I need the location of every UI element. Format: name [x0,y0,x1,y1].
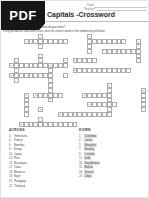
cell-number: 9 [74,59,75,61]
pdf-badge: PDF [1,1,45,30]
clue-text: Kenya [14,147,22,151]
cell-number: 1 [40,35,41,37]
clue-text: Namibia [14,143,24,147]
across-list: 3.Venezuela4.France6.Namibia9.Kenya10.Ja… [9,134,71,189]
clue-text: Norway [84,147,95,151]
clue-text: Niger [14,174,21,178]
cell-number: 2 [89,35,90,37]
cell-number: 20 [40,108,42,110]
clue-text: Greece [84,170,94,174]
clue-text: Latvia [84,138,93,142]
down-heading: DOWN [79,128,141,132]
pdf-badge-label: PDF [9,8,37,23]
cell-number: 17 [35,94,37,96]
clue-item: 22.Thailand [9,184,71,189]
clue-text: Nicaragua [14,161,27,165]
cell-number: 3 [25,40,26,42]
cell-number: 22 [20,123,22,125]
across-clues: ACROSS 3.Venezuela4.France6.Namibia9.Ken… [9,128,71,188]
clue-text: Bolivia [84,165,93,169]
cell-number: 4 [89,40,90,42]
worksheet-page: PDF Date: Teacher: Capitals -Crossword H… [0,0,149,198]
clue-text: India [84,156,91,160]
clue-text: Lesotho [84,152,95,156]
page-title: Capitals -Crossword [47,11,115,18]
cell-number: 11 [49,64,51,66]
down-list: 1.Colombia2.Latvia5.Mongolia7.Norway8.Le… [79,134,141,179]
cell-number: 8 [64,59,65,61]
cell-number: 10 [10,64,12,66]
cell-number: 13 [10,74,12,76]
clue-text: France [14,138,23,142]
clue-text: Japan [14,152,22,156]
clue-text: Colombia [84,134,97,138]
clue-text: Libya [84,174,92,178]
cell-number: 19 [89,103,91,105]
clue-text: Thailand [14,184,25,188]
cell-number: 6 [103,49,104,51]
clue-item: 20.Libya [79,174,141,179]
grid-blank [141,122,146,127]
clue-text: Cuba [14,165,21,169]
clue-text: Peru [14,156,20,160]
cell-number: 18 [84,94,86,96]
clue-text: Venezuela [14,134,27,138]
clue-text: Morocco [14,170,25,174]
clue-text: Mongolia [84,143,97,147]
cell-number: 21 [59,113,61,115]
across-heading: ACROSS [9,128,71,132]
cell-number: 15 [142,89,144,91]
cell-number: 7 [15,59,16,61]
clue-text: Paraguay [14,179,26,183]
cell-number: 14 [108,84,110,86]
crossword-grid[interactable]: 12345678910111213141516171819202122 [9,34,146,127]
clue-text: Kazakhstan [84,161,100,165]
cell-number: 12 [74,69,76,71]
cell-number: 5 [137,40,138,42]
cell-number: 16 [25,94,27,96]
down-clues: DOWN 1.Colombia2.Latvia5.Mongolia7.Norwa… [79,128,141,179]
